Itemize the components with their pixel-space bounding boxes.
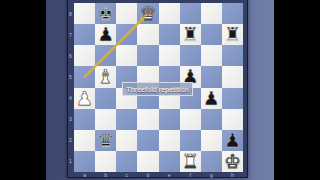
square-h6[interactable] [222, 45, 243, 66]
square-g8[interactable] [201, 3, 222, 24]
square-a7[interactable] [74, 24, 95, 45]
square-a3[interactable] [74, 109, 95, 130]
square-d1[interactable] [137, 151, 158, 172]
square-b2[interactable]: ♛ [95, 130, 116, 151]
square-g4[interactable]: ♟ [201, 88, 222, 109]
file-label-h: h [222, 172, 243, 177]
file-label-d: d [137, 172, 158, 177]
square-h5[interactable] [222, 66, 243, 87]
black-rook[interactable]: ♜ [180, 24, 201, 45]
rank-label-2: 2 [68, 130, 73, 151]
square-h8[interactable] [222, 3, 243, 24]
square-d7[interactable] [137, 24, 158, 45]
square-f8[interactable] [180, 3, 201, 24]
square-b3[interactable] [95, 109, 116, 130]
black-pawn[interactable]: ♟ [222, 130, 243, 151]
white-pawn[interactable]: ♟ [74, 88, 95, 109]
square-c2[interactable] [116, 130, 137, 151]
square-g5[interactable] [201, 66, 222, 87]
square-e6[interactable] [159, 45, 180, 66]
square-b1[interactable] [95, 151, 116, 172]
square-h7[interactable]: ♜ [222, 24, 243, 45]
black-pawn[interactable]: ♟ [201, 88, 222, 109]
square-a4[interactable]: ♟ [74, 88, 95, 109]
black-queen[interactable]: ♛ [95, 130, 116, 151]
rank-label-1: 1 [68, 151, 73, 172]
white-bishop[interactable]: ♝ [95, 66, 116, 87]
square-h3[interactable] [222, 109, 243, 130]
file-label-f: f [180, 172, 201, 177]
rank-label-4: 4 [68, 88, 73, 109]
square-g7[interactable] [201, 24, 222, 45]
square-c3[interactable] [116, 109, 137, 130]
black-rook[interactable]: ♜ [222, 24, 243, 45]
file-label-g: g [201, 172, 222, 177]
square-a5[interactable] [74, 66, 95, 87]
square-h4[interactable] [222, 88, 243, 109]
square-b7[interactable]: ♟ [95, 24, 116, 45]
square-f7[interactable]: ♜ [180, 24, 201, 45]
rank-label-6: 6 [68, 45, 73, 66]
square-e2[interactable] [159, 130, 180, 151]
white-king[interactable]: ♚ [222, 151, 243, 172]
square-e8[interactable] [159, 3, 180, 24]
square-e7[interactable] [159, 24, 180, 45]
square-f6[interactable] [180, 45, 201, 66]
rank-label-8: 8 [68, 3, 73, 24]
square-b4[interactable] [95, 88, 116, 109]
square-g1[interactable] [201, 151, 222, 172]
square-b5[interactable]: ♝ [95, 66, 116, 87]
square-d6[interactable] [137, 45, 158, 66]
square-d8[interactable]: ♛ [137, 3, 158, 24]
rank-label-5: 5 [68, 66, 73, 87]
square-b8[interactable]: ♚ [95, 3, 116, 24]
square-f1[interactable]: ♜ [180, 151, 201, 172]
square-a6[interactable] [74, 45, 95, 66]
square-c8[interactable] [116, 3, 137, 24]
square-e1[interactable] [159, 151, 180, 172]
white-rook[interactable]: ♜ [180, 151, 201, 172]
file-label-b: b [95, 172, 116, 177]
square-c6[interactable] [116, 45, 137, 66]
square-c7[interactable] [116, 24, 137, 45]
file-label-e: e [159, 172, 180, 177]
square-h2[interactable]: ♟ [222, 130, 243, 151]
file-label-a: a [74, 172, 95, 177]
square-d2[interactable] [137, 130, 158, 151]
file-label-c: c [116, 172, 137, 177]
square-c1[interactable] [116, 151, 137, 172]
square-g6[interactable] [201, 45, 222, 66]
black-king[interactable]: ♚ [95, 3, 116, 24]
square-f3[interactable] [180, 109, 201, 130]
rank-label-3: 3 [68, 109, 73, 130]
square-e3[interactable] [159, 109, 180, 130]
tooltip-text: Threefold repetition [126, 86, 188, 93]
square-d3[interactable] [137, 109, 158, 130]
square-f2[interactable] [180, 130, 201, 151]
letterbox-left [0, 0, 46, 180]
square-g2[interactable] [201, 130, 222, 151]
black-pawn[interactable]: ♟ [95, 24, 116, 45]
square-b6[interactable] [95, 45, 116, 66]
white-queen[interactable]: ♛ [137, 3, 158, 24]
rank-label-7: 7 [68, 24, 73, 45]
engine-tooltip: Threefold repetition [122, 82, 193, 96]
square-g3[interactable] [201, 109, 222, 130]
square-a1[interactable] [74, 151, 95, 172]
video-frame: { "game": "chess", "position": { "fen": … [0, 0, 320, 180]
square-a8[interactable] [74, 3, 95, 24]
square-a2[interactable] [74, 130, 95, 151]
letterbox-right [274, 0, 320, 180]
square-h1[interactable]: ♚ [222, 151, 243, 172]
